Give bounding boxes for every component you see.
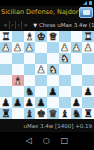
board-square[interactable] <box>12 53 24 64</box>
move-nav-cluster: « ‹ › » <box>2 21 29 29</box>
board-square[interactable]: ♟ <box>35 97 47 108</box>
engine-status-line: uMax 3.4w [1400] +0.19 <box>0 119 94 132</box>
recents-icon[interactable]: □ <box>61 137 69 145</box>
board-square[interactable]: ♟ <box>71 42 83 53</box>
chess-piece: ♜ <box>84 31 93 42</box>
board-square[interactable] <box>59 64 71 75</box>
board-square[interactable] <box>71 64 83 75</box>
board-square[interactable]: ♜ <box>82 108 94 119</box>
chess-piece: ♟ <box>72 42 81 53</box>
chess-board: ♜♝♚♛♜♟♟♟♟♟♟♞♟♞♝♞♟♟♟♟♟♟♟♜♝♚♛♝♞♜ <box>0 31 94 119</box>
chess-piece: ♟ <box>1 97 10 108</box>
chess-piece: ♝ <box>13 75 22 86</box>
title-bar: Sicilian Defense, Najdorf Variation <box>0 6 94 19</box>
chess-piece: ♟ <box>13 42 22 53</box>
board-square[interactable]: ♝ <box>59 108 71 119</box>
toolbar-action-button[interactable] <box>79 7 93 18</box>
chess-piece: ♟ <box>60 42 69 53</box>
chess-piece: ♝ <box>25 108 34 119</box>
board-square[interactable]: ♝ <box>24 108 36 119</box>
board-square[interactable]: ♟ <box>82 42 94 53</box>
board-square[interactable]: ♞ <box>47 64 59 75</box>
board-square[interactable] <box>71 86 83 97</box>
board-square[interactable] <box>0 64 12 75</box>
board-square[interactable]: ♝ <box>12 75 24 86</box>
chess-piece: ♞ <box>48 64 57 75</box>
board-square[interactable]: ♜ <box>0 108 12 119</box>
chess-piece: ♛ <box>48 31 57 42</box>
chess-piece: ♟ <box>37 97 46 108</box>
board-square[interactable]: ♟ <box>0 97 12 108</box>
game-info-row: « ‹ › » ▼ Chess uMax 3.4w (1400) <box>0 19 94 31</box>
board-square[interactable]: ♟ <box>47 86 59 97</box>
board-square[interactable]: ♟ <box>12 42 24 53</box>
chess-piece: ♜ <box>1 108 10 119</box>
board-square[interactable] <box>35 75 47 86</box>
board-square[interactable] <box>82 97 94 108</box>
chess-piece: ♟ <box>72 97 81 108</box>
chess-piece: ♚ <box>37 31 46 42</box>
board-square[interactable]: ♟ <box>24 97 36 108</box>
board-square[interactable]: ♞ <box>59 53 71 64</box>
board-square[interactable]: ♟ <box>24 42 36 53</box>
board-square[interactable] <box>47 42 59 53</box>
chess-piece: ♟ <box>48 86 57 97</box>
board-square[interactable] <box>12 108 24 119</box>
chess-piece: ♝ <box>25 31 34 42</box>
board-square[interactable] <box>0 86 12 97</box>
chess-app-screen: Sicilian Defense, Najdorf Variation « ‹ … <box>0 0 94 150</box>
toolbar-button-icon <box>83 10 90 15</box>
chess-piece: ♟ <box>13 97 22 108</box>
board-square[interactable] <box>82 75 94 86</box>
board-square[interactable] <box>12 64 24 75</box>
board-square[interactable]: ♞ <box>24 86 36 97</box>
board-square[interactable]: ♚ <box>35 31 47 42</box>
board-square[interactable]: ♝ <box>24 31 36 42</box>
board-square[interactable]: ♜ <box>0 31 12 42</box>
board-square[interactable] <box>59 31 71 42</box>
board-square[interactable] <box>71 75 83 86</box>
board-square[interactable] <box>59 97 71 108</box>
board-square[interactable] <box>24 53 36 64</box>
battery-icon <box>89 1 92 5</box>
board-square[interactable] <box>35 42 47 53</box>
board-square[interactable]: ♟ <box>0 42 12 53</box>
board-square[interactable] <box>59 86 71 97</box>
board-square[interactable]: ♛ <box>47 108 59 119</box>
chess-piece: ♟ <box>84 86 93 97</box>
engine-name-label[interactable]: Chess uMax 3.4w (1400) <box>39 22 94 28</box>
board-square[interactable]: ♚ <box>35 108 47 119</box>
board-square[interactable] <box>35 53 47 64</box>
chess-piece: ♟ <box>37 64 46 75</box>
chess-piece: ♝ <box>60 108 69 119</box>
board-square[interactable]: ♟ <box>71 97 83 108</box>
board-square[interactable] <box>0 53 12 64</box>
opening-name-label: Sicilian Defense, Najdorf Variation <box>1 9 79 16</box>
nav-first-button[interactable]: « <box>2 21 10 29</box>
board-square[interactable]: ♟ <box>59 42 71 53</box>
android-nav-bar: ◁ ○ □ <box>0 132 94 150</box>
board-square[interactable] <box>0 75 12 86</box>
chess-piece: ♛ <box>48 108 57 119</box>
back-icon[interactable]: ◁ <box>26 137 32 145</box>
board-square[interactable]: ♟ <box>82 86 94 97</box>
board-square[interactable] <box>47 53 59 64</box>
board-square[interactable] <box>35 86 47 97</box>
board-square[interactable]: ♞ <box>71 108 83 119</box>
chess-piece: ♚ <box>37 108 46 119</box>
chess-piece: ♞ <box>72 108 81 119</box>
board-square[interactable] <box>82 53 94 64</box>
board-square[interactable]: ♛ <box>47 31 59 42</box>
board-square[interactable]: ♟ <box>35 64 47 75</box>
board-square[interactable] <box>47 97 59 108</box>
board-square[interactable] <box>71 31 83 42</box>
board-square[interactable] <box>24 64 36 75</box>
board-square[interactable] <box>12 31 24 42</box>
chess-piece: ♞ <box>60 53 69 64</box>
chess-piece: ♟ <box>1 42 10 53</box>
chess-piece: ♜ <box>1 31 10 42</box>
board-square[interactable] <box>24 75 36 86</box>
board-square[interactable] <box>82 64 94 75</box>
board-square[interactable] <box>47 75 59 86</box>
board-square[interactable] <box>71 53 83 64</box>
chess-piece: ♟ <box>25 97 34 108</box>
signal-icon <box>83 1 87 5</box>
nav-last-button[interactable]: » <box>22 21 29 29</box>
board-square[interactable] <box>59 75 71 86</box>
chess-piece: ♟ <box>25 42 34 53</box>
board-square[interactable] <box>12 86 24 97</box>
chess-piece: ♟ <box>84 42 93 53</box>
chess-piece: ♜ <box>84 108 93 119</box>
board-square[interactable]: ♟ <box>12 97 24 108</box>
chevron-down-icon[interactable]: ▼ <box>33 22 37 28</box>
home-icon[interactable]: ○ <box>43 137 50 145</box>
chess-piece: ♞ <box>25 86 34 97</box>
board-square[interactable]: ♜ <box>82 31 94 42</box>
